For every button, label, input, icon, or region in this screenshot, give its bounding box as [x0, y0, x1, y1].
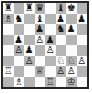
- square-g7[interactable]: [66, 14, 77, 25]
- square-h8[interactable]: [77, 3, 88, 14]
- black-pawn: ♟: [35, 24, 44, 35]
- black-knight: ♞: [14, 14, 23, 25]
- square-f1[interactable]: [56, 77, 67, 88]
- chess-board: ♜♜♛♝♚♗♞♝♟♟♟♞♟♟♙♟♙♟♙♙♘♘♙♖♕♙♙♗♖♔: [3, 3, 87, 87]
- square-f6[interactable]: ♞: [56, 24, 67, 35]
- square-f2[interactable]: ♙: [56, 66, 67, 77]
- square-f3[interactable]: ♘: [56, 56, 67, 67]
- black-queen: ♛: [35, 3, 44, 14]
- square-b5[interactable]: ♟: [14, 35, 25, 46]
- square-b8[interactable]: [14, 3, 25, 14]
- chess-board-frame: ♜♜♛♝♚♗♞♝♟♟♟♞♟♟♙♟♙♟♙♙♘♘♙♖♕♙♙♗♖♔: [1, 1, 89, 89]
- black-rook: ♜: [4, 3, 13, 14]
- square-f7[interactable]: ♟: [56, 14, 67, 25]
- black-pawn: ♟: [46, 35, 55, 46]
- square-g4[interactable]: [66, 45, 77, 56]
- square-a3[interactable]: [3, 56, 14, 67]
- square-c3[interactable]: ♙: [24, 56, 35, 67]
- square-e8[interactable]: [45, 3, 56, 14]
- white-knight: ♘: [56, 56, 65, 67]
- square-h5[interactable]: [77, 35, 88, 46]
- black-bishop: ♝: [56, 3, 65, 14]
- white-pawn: ♙: [25, 56, 34, 67]
- square-d8[interactable]: ♛: [35, 3, 46, 14]
- square-b1[interactable]: ♗: [14, 77, 25, 88]
- square-d5[interactable]: ♙: [35, 35, 46, 46]
- square-g3[interactable]: ♘: [66, 56, 77, 67]
- black-pawn: ♟: [56, 14, 65, 25]
- square-c2[interactable]: [24, 66, 35, 77]
- square-h6[interactable]: [77, 24, 88, 35]
- square-c6[interactable]: [24, 24, 35, 35]
- square-h3[interactable]: ♙: [77, 56, 88, 67]
- black-knight: ♞: [56, 24, 65, 35]
- square-g8[interactable]: ♚: [66, 3, 77, 14]
- square-h4[interactable]: [77, 45, 88, 56]
- square-h7[interactable]: ♟: [77, 14, 88, 25]
- white-bishop: ♗: [4, 14, 13, 25]
- square-e5[interactable]: ♟: [45, 35, 56, 46]
- square-d6[interactable]: ♟: [35, 24, 46, 35]
- black-pawn: ♟: [67, 24, 76, 35]
- white-queen: ♕: [35, 66, 44, 77]
- square-e3[interactable]: [45, 56, 56, 67]
- white-pawn: ♙: [56, 66, 65, 77]
- white-king: ♔: [67, 77, 76, 88]
- square-a5[interactable]: [3, 35, 14, 46]
- square-a8[interactable]: ♜: [3, 3, 14, 14]
- square-f4[interactable]: [56, 45, 67, 56]
- square-f5[interactable]: [56, 35, 67, 46]
- square-g6[interactable]: ♟: [66, 24, 77, 35]
- white-pawn: ♙: [14, 45, 23, 56]
- square-a1[interactable]: [3, 77, 14, 88]
- square-d4[interactable]: [35, 45, 46, 56]
- black-pawn: ♟: [25, 45, 34, 56]
- white-pawn: ♙: [67, 66, 76, 77]
- square-b6[interactable]: [14, 24, 25, 35]
- white-rook: ♖: [46, 77, 55, 88]
- square-f8[interactable]: ♝: [56, 3, 67, 14]
- square-d7[interactable]: ♝: [35, 14, 46, 25]
- square-d1[interactable]: [35, 77, 46, 88]
- square-e6[interactable]: [45, 24, 56, 35]
- square-d2[interactable]: ♕: [35, 66, 46, 77]
- white-bishop: ♗: [14, 77, 23, 88]
- white-pawn: ♙: [77, 56, 86, 67]
- square-e2[interactable]: [45, 66, 56, 77]
- square-c8[interactable]: ♜: [24, 3, 35, 14]
- black-pawn: ♟: [77, 14, 86, 25]
- square-c4[interactable]: ♟: [24, 45, 35, 56]
- black-bishop: ♝: [35, 14, 44, 25]
- square-a6[interactable]: [3, 24, 14, 35]
- square-g2[interactable]: ♙: [66, 66, 77, 77]
- square-g5[interactable]: [66, 35, 77, 46]
- white-rook: ♖: [4, 66, 13, 77]
- square-a2[interactable]: ♖: [3, 66, 14, 77]
- square-c5[interactable]: [24, 35, 35, 46]
- white-pawn: ♙: [46, 45, 55, 56]
- white-pawn: ♙: [35, 35, 44, 46]
- square-a7[interactable]: ♗: [3, 14, 14, 25]
- square-e1[interactable]: ♖: [45, 77, 56, 88]
- square-e7[interactable]: [45, 14, 56, 25]
- square-d3[interactable]: [35, 56, 46, 67]
- square-b4[interactable]: ♙: [14, 45, 25, 56]
- square-g1[interactable]: ♔: [66, 77, 77, 88]
- square-a4[interactable]: [3, 45, 14, 56]
- square-c7[interactable]: [24, 14, 35, 25]
- square-c1[interactable]: [24, 77, 35, 88]
- square-b2[interactable]: [14, 66, 25, 77]
- square-h2[interactable]: [77, 66, 88, 77]
- black-pawn: ♟: [14, 35, 23, 46]
- white-knight: ♘: [67, 56, 76, 67]
- black-king: ♚: [67, 3, 76, 14]
- square-b3[interactable]: [14, 56, 25, 67]
- black-rook: ♜: [25, 3, 34, 14]
- square-b7[interactable]: ♞: [14, 14, 25, 25]
- square-e4[interactable]: ♙: [45, 45, 56, 56]
- square-h1[interactable]: [77, 77, 88, 88]
